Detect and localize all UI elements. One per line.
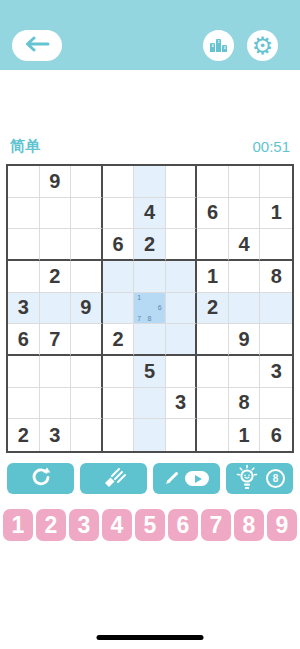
cell-r5c2[interactable]	[40, 293, 72, 325]
cell-r4c2[interactable]: 2	[40, 261, 72, 293]
cell-r4c4[interactable]	[103, 261, 135, 293]
cell-r6c3[interactable]	[71, 324, 103, 356]
cell-r5c5[interactable]: 1678	[134, 293, 166, 325]
cell-r3c7[interactable]	[197, 229, 229, 261]
cell-r7c9[interactable]: 3	[260, 356, 292, 388]
toolbar: 8	[0, 463, 300, 494]
cell-r8c7[interactable]	[197, 388, 229, 420]
top-bar: 213 ⚙	[0, 0, 300, 70]
cell-r3c1[interactable]	[8, 229, 40, 261]
cell-r8c4[interactable]	[103, 388, 135, 420]
podium-bar-1: 1	[216, 39, 221, 52]
leaderboard-podium-icon: 213	[210, 39, 227, 52]
numpad-button-2[interactable]: 2	[36, 509, 66, 541]
podium-bar-3: 3	[222, 45, 227, 52]
cell-r3c6[interactable]	[166, 229, 198, 261]
cell-r8c1[interactable]	[8, 388, 40, 420]
cell-r5c9[interactable]	[260, 293, 292, 325]
cell-r1c3[interactable]	[71, 166, 103, 198]
cell-r8c9[interactable]	[260, 388, 292, 420]
cell-r9c9[interactable]: 6	[260, 419, 292, 451]
cell-r1c5[interactable]	[134, 166, 166, 198]
pencil-play-icon	[164, 471, 209, 486]
cell-r6c1[interactable]: 6	[8, 324, 40, 356]
numpad-button-9[interactable]: 9	[267, 509, 297, 541]
cell-r5c8[interactable]	[229, 293, 261, 325]
numpad-button-3[interactable]: 3	[69, 509, 99, 541]
cell-r9c7[interactable]	[197, 419, 229, 451]
cell-r6c5[interactable]	[134, 324, 166, 356]
cell-r7c8[interactable]	[229, 356, 261, 388]
podium-bar-2: 2	[210, 43, 215, 52]
cell-r9c5[interactable]	[134, 419, 166, 451]
settings-gear-icon: ⚙	[252, 34, 274, 58]
cell-r7c7[interactable]	[197, 356, 229, 388]
cell-r2c7[interactable]: 6	[197, 198, 229, 230]
cell-r1c9[interactable]	[260, 166, 292, 198]
cell-r1c8[interactable]	[229, 166, 261, 198]
erase-button[interactable]	[80, 463, 147, 494]
cell-r4c3[interactable]	[71, 261, 103, 293]
cell-r1c4[interactable]	[103, 166, 135, 198]
cell-r2c4[interactable]	[103, 198, 135, 230]
difficulty-label: 简单	[10, 137, 40, 156]
cell-r2c1[interactable]	[8, 198, 40, 230]
cell-r9c8[interactable]: 1	[229, 419, 261, 451]
cell-r6c8[interactable]: 9	[229, 324, 261, 356]
cell-r9c4[interactable]	[103, 419, 135, 451]
cell-r1c1[interactable]	[8, 166, 40, 198]
cell-r2c9[interactable]: 1	[260, 198, 292, 230]
timer: 00:51	[252, 138, 290, 155]
cell-r6c4[interactable]: 2	[103, 324, 135, 356]
restart-button[interactable]	[7, 463, 74, 494]
eraser-icon	[101, 465, 127, 492]
cell-r3c9[interactable]	[260, 229, 292, 261]
cell-r5c3[interactable]: 9	[71, 293, 103, 325]
restart-icon	[30, 466, 52, 491]
cell-r3c2[interactable]	[40, 229, 72, 261]
cell-r5c7[interactable]: 2	[197, 293, 229, 325]
cell-r7c1[interactable]	[8, 356, 40, 388]
cell-r9c3[interactable]	[71, 419, 103, 451]
cell-r2c6[interactable]	[166, 198, 198, 230]
home-indicator[interactable]	[97, 635, 204, 640]
cell-r4c1[interactable]	[8, 261, 40, 293]
cell-r6c2[interactable]: 7	[40, 324, 72, 356]
cell-r4c6[interactable]	[166, 261, 198, 293]
cell-r1c7[interactable]	[197, 166, 229, 198]
cell-r8c2[interactable]	[40, 388, 72, 420]
cell-r5c6[interactable]	[166, 293, 198, 325]
numpad-button-6[interactable]: 6	[168, 509, 198, 541]
settings-button[interactable]: ⚙	[247, 30, 278, 61]
cell-r9c6[interactable]	[166, 419, 198, 451]
cell-r7c6[interactable]	[166, 356, 198, 388]
cell-r4c9[interactable]: 8	[260, 261, 292, 293]
cell-r4c7[interactable]: 1	[197, 261, 229, 293]
number-pad: 123456789	[0, 509, 300, 541]
cell-r4c8[interactable]	[229, 261, 261, 293]
play-icon	[195, 475, 202, 483]
back-arrow-icon	[24, 36, 50, 55]
cell-r2c2[interactable]	[40, 198, 72, 230]
leaderboard-button[interactable]: 213	[203, 30, 234, 61]
cell-r7c5[interactable]: 5	[134, 356, 166, 388]
numpad-button-1[interactable]: 1	[3, 509, 33, 541]
cell-r3c8[interactable]: 4	[229, 229, 261, 261]
cell-r8c5[interactable]	[134, 388, 166, 420]
cell-r3c5[interactable]: 2	[134, 229, 166, 261]
numpad-button-4[interactable]: 4	[102, 509, 132, 541]
lightbulb-icon	[234, 464, 260, 494]
cell-r7c3[interactable]	[71, 356, 103, 388]
cell-r1c6[interactable]	[166, 166, 198, 198]
hint-button[interactable]: 8	[226, 463, 293, 494]
back-button[interactable]	[12, 30, 62, 61]
cell-r3c4[interactable]: 6	[103, 229, 135, 261]
notes-toggle-button[interactable]	[153, 463, 220, 494]
cell-r9c1[interactable]: 2	[8, 419, 40, 451]
cell-r8c8[interactable]: 8	[229, 388, 261, 420]
cell-r9c2[interactable]: 3	[40, 419, 72, 451]
cell-r6c6[interactable]	[166, 324, 198, 356]
cell-r8c6[interactable]: 3	[166, 388, 198, 420]
notes-state-pill	[185, 471, 209, 486]
cell-r2c3[interactable]	[71, 198, 103, 230]
numpad-button-5[interactable]: 5	[135, 509, 165, 541]
hint-count-badge: 8	[266, 469, 285, 488]
cell-r5c1[interactable]: 3	[8, 293, 40, 325]
cell-r5c4[interactable]	[103, 293, 135, 325]
cell-r1c2[interactable]: 9	[40, 166, 72, 198]
cell-r8c3[interactable]	[71, 388, 103, 420]
cell-r4c5[interactable]	[134, 261, 166, 293]
cell-r2c5[interactable]: 4	[134, 198, 166, 230]
pencil-notes: 1678	[134, 293, 165, 324]
numpad-button-7[interactable]: 7	[201, 509, 231, 541]
status-row: 简单 00:51	[0, 134, 300, 158]
cell-r6c9[interactable]	[260, 324, 292, 356]
cell-r3c3[interactable]	[71, 229, 103, 261]
numpad-button-8[interactable]: 8	[234, 509, 264, 541]
cell-r2c8[interactable]	[229, 198, 261, 230]
sudoku-board: 94616242183916782672953382316	[6, 164, 294, 453]
cell-r7c4[interactable]	[103, 356, 135, 388]
cell-r7c2[interactable]	[40, 356, 72, 388]
cell-r6c7[interactable]	[197, 324, 229, 356]
